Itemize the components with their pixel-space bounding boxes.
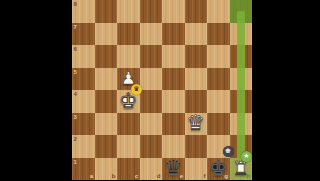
file-label-d: d [157, 173, 161, 179]
square-h2[interactable] [230, 135, 253, 158]
square-h6[interactable] [230, 45, 253, 68]
rank-label-2: 2 [74, 136, 77, 142]
square-e3[interactable] [162, 113, 185, 136]
file-label-h: h [247, 173, 251, 179]
square-a7[interactable]: 7 [72, 23, 95, 46]
square-a6[interactable]: 6 [72, 45, 95, 68]
square-g1[interactable]: g [207, 158, 230, 181]
square-b5[interactable] [95, 68, 118, 91]
square-h1[interactable]: h [230, 158, 253, 181]
square-h3[interactable] [230, 113, 253, 136]
video-frame: 87654321abcdefgh ♟♚♛♛♚♜♛♚★ [0, 0, 320, 180]
rank-label-3: 3 [74, 114, 77, 120]
square-f4[interactable] [185, 90, 208, 113]
square-f5[interactable] [185, 68, 208, 91]
square-c7[interactable] [117, 23, 140, 46]
letterbox-right [252, 0, 320, 180]
square-h8[interactable] [230, 0, 253, 23]
file-label-f: f [204, 173, 206, 179]
square-b3[interactable] [95, 113, 118, 136]
square-d8[interactable] [140, 0, 163, 23]
rank-label-4: 4 [74, 91, 77, 97]
square-h7[interactable] [230, 23, 253, 46]
square-b4[interactable] [95, 90, 118, 113]
square-f6[interactable] [185, 45, 208, 68]
square-c6[interactable] [117, 45, 140, 68]
file-label-b: b [112, 173, 116, 179]
square-b8[interactable] [95, 0, 118, 23]
square-e2[interactable] [162, 135, 185, 158]
square-g5[interactable] [207, 68, 230, 91]
file-label-g: g [224, 173, 228, 179]
square-f1[interactable]: f [185, 158, 208, 181]
rank-label-8: 8 [74, 1, 77, 7]
square-c3[interactable] [117, 113, 140, 136]
square-a5[interactable]: 5 [72, 68, 95, 91]
square-c8[interactable] [117, 0, 140, 23]
square-e6[interactable] [162, 45, 185, 68]
square-d5[interactable] [140, 68, 163, 91]
square-d3[interactable] [140, 113, 163, 136]
square-a1[interactable]: 1a [72, 158, 95, 181]
square-h4[interactable] [230, 90, 253, 113]
square-e1[interactable]: e [162, 158, 185, 181]
square-c5[interactable] [117, 68, 140, 91]
square-c4[interactable] [117, 90, 140, 113]
file-label-e: e [180, 173, 183, 179]
square-a8[interactable]: 8 [72, 0, 95, 23]
square-f7[interactable] [185, 23, 208, 46]
square-b1[interactable]: b [95, 158, 118, 181]
square-g2[interactable] [207, 135, 230, 158]
square-f8[interactable] [185, 0, 208, 23]
rank-label-6: 6 [74, 46, 77, 52]
square-g8[interactable] [207, 0, 230, 23]
square-f3[interactable] [185, 113, 208, 136]
square-d4[interactable] [140, 90, 163, 113]
square-c2[interactable] [117, 135, 140, 158]
square-b6[interactable] [95, 45, 118, 68]
file-label-a: a [90, 173, 93, 179]
letterbox-left [0, 0, 72, 180]
rank-label-7: 7 [74, 24, 77, 30]
square-b7[interactable] [95, 23, 118, 46]
square-e5[interactable] [162, 68, 185, 91]
rank-label-1: 1 [74, 159, 77, 165]
square-f2[interactable] [185, 135, 208, 158]
square-d1[interactable]: d [140, 158, 163, 181]
square-g4[interactable] [207, 90, 230, 113]
square-g3[interactable] [207, 113, 230, 136]
square-a3[interactable]: 3 [72, 113, 95, 136]
square-g7[interactable] [207, 23, 230, 46]
rank-label-5: 5 [74, 69, 77, 75]
square-e7[interactable] [162, 23, 185, 46]
square-h5[interactable] [230, 68, 253, 91]
square-d7[interactable] [140, 23, 163, 46]
square-d2[interactable] [140, 135, 163, 158]
chess-board[interactable]: 87654321abcdefgh [72, 0, 252, 180]
square-e4[interactable] [162, 90, 185, 113]
square-d6[interactable] [140, 45, 163, 68]
square-a2[interactable]: 2 [72, 135, 95, 158]
square-b2[interactable] [95, 135, 118, 158]
square-e8[interactable] [162, 0, 185, 23]
square-a4[interactable]: 4 [72, 90, 95, 113]
square-c1[interactable]: c [117, 158, 140, 181]
file-label-c: c [135, 173, 138, 179]
square-g6[interactable] [207, 45, 230, 68]
